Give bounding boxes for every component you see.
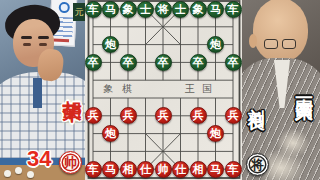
board-piece-black[interactable]: 马 (102, 1, 119, 18)
right-player-subtitle: 泰国第一人 (292, 85, 316, 90)
left-player-eyebrow (21, 36, 32, 39)
background-sign: 元 (73, 3, 85, 21)
poster-red-line (53, 39, 69, 43)
board-piece-black[interactable]: 将 (155, 1, 172, 18)
board-piece-black[interactable]: 炮 (207, 36, 224, 53)
board-piece-red[interactable]: 炮 (207, 125, 224, 142)
left-player-number: 34 (27, 146, 51, 172)
river-text-left: 象棋 (103, 82, 141, 96)
board-piece-red[interactable]: 仕 (172, 161, 189, 178)
board-piece-black[interactable]: 卒 (190, 54, 207, 71)
board-piece-red[interactable]: 兵 (155, 107, 172, 124)
left-player-eye (39, 43, 47, 46)
left-player-photo: 元 胡荣华 34 帅 (0, 0, 85, 180)
right-player-head (253, 0, 308, 62)
black-general-icon: 将 (246, 153, 269, 176)
board-piece-black[interactable]: 车 (225, 1, 242, 18)
board-piece-red[interactable]: 相 (190, 161, 207, 178)
left-player-eyebrow (38, 36, 49, 39)
board-piece-black[interactable]: 象 (120, 1, 137, 18)
poster-logo-icon (58, 2, 70, 14)
glasses-icon (282, 39, 296, 49)
thumbnail-root: 元 胡荣华 34 帅 (0, 0, 320, 180)
right-player-ear (249, 34, 257, 48)
glasses-icon (264, 39, 278, 49)
board-piece-red[interactable]: 马 (207, 161, 224, 178)
board-piece-red[interactable]: 帅 (155, 161, 172, 178)
left-player-eye (23, 43, 31, 46)
left-player-name: 胡荣华 (59, 85, 85, 91)
river-text-right: 王国 (185, 82, 219, 96)
board-piece-red[interactable]: 兵 (190, 107, 207, 124)
board-piece-black[interactable]: 卒 (85, 54, 102, 71)
board-piece-black[interactable]: 马 (207, 1, 224, 18)
right-player-name: 刘伯良 (245, 95, 268, 101)
board-piece-red[interactable]: 炮 (102, 125, 119, 142)
board-piece-black[interactable]: 卒 (155, 54, 172, 71)
right-player-photo: 刘伯良 将 泰国第一人 (242, 0, 320, 180)
board-piece-black[interactable]: 卒 (225, 54, 242, 71)
board-piece-red[interactable]: 仕 (137, 161, 154, 178)
board-piece-red[interactable]: 车 (85, 161, 102, 178)
board-piece-black[interactable]: 车 (85, 1, 102, 18)
board-piece-red[interactable]: 兵 (85, 107, 102, 124)
xiangqi-board: 象棋 王国 车马象士将士象马车炮炮卒卒卒卒卒兵兵兵兵兵炮炮车马相仕帅仕相马车 (85, 0, 242, 180)
hands-blur (276, 128, 310, 158)
red-general-icon: 帅 (59, 151, 82, 174)
go-stone (27, 171, 34, 178)
board-piece-black[interactable]: 象 (190, 1, 207, 18)
board-piece-black[interactable]: 炮 (102, 36, 119, 53)
board-piece-black[interactable]: 卒 (120, 54, 137, 71)
board-piece-red[interactable]: 马 (102, 161, 119, 178)
left-player-lanyard (33, 78, 42, 108)
go-stone (15, 167, 22, 174)
board-piece-black[interactable]: 士 (137, 1, 154, 18)
board-piece-black[interactable]: 士 (172, 1, 189, 18)
board-piece-red[interactable]: 兵 (225, 107, 242, 124)
go-stone (4, 170, 11, 177)
board-piece-red[interactable]: 兵 (120, 107, 137, 124)
board-piece-red[interactable]: 相 (120, 161, 137, 178)
board-piece-red[interactable]: 车 (225, 161, 242, 178)
